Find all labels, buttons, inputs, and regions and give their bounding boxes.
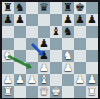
piece-white-rook-h1[interactable]: ♜ (86, 86, 98, 98)
piece-white-pawn-c2[interactable]: ♟ (26, 74, 38, 86)
square-f1[interactable] (62, 86, 74, 98)
square-f3[interactable]: ♟ (62, 62, 74, 74)
square-g6[interactable] (74, 26, 86, 38)
square-d1[interactable]: ♛ (38, 86, 50, 98)
square-c1[interactable] (26, 86, 38, 98)
square-b5[interactable] (14, 38, 26, 50)
piece-black-bishop-e6[interactable]: ♝ (50, 26, 62, 38)
piece-black-pawn-b7[interactable]: ♟ (14, 14, 26, 26)
square-c2[interactable]: ♟ (26, 74, 38, 86)
square-h6[interactable] (86, 26, 98, 38)
piece-black-queen-d8[interactable]: ♛ (38, 2, 50, 14)
square-c8[interactable] (26, 2, 38, 14)
square-g7[interactable]: ♟ (74, 14, 86, 26)
square-f2[interactable] (62, 74, 74, 86)
piece-black-pawn-a7[interactable]: ♟ (2, 14, 14, 26)
square-e4[interactable] (50, 50, 62, 62)
square-b6[interactable] (14, 26, 26, 38)
square-a4[interactable]: ♞ (2, 50, 14, 62)
square-g4[interactable] (74, 50, 86, 62)
piece-white-knight-a4[interactable]: ♞ (2, 50, 14, 62)
square-c7[interactable] (26, 14, 38, 26)
square-h4[interactable] (86, 50, 98, 62)
square-e1[interactable]: ♚ (50, 86, 62, 98)
square-c5[interactable] (26, 38, 38, 50)
square-e6[interactable]: ♝ (50, 26, 62, 38)
piece-white-pawn-g2[interactable]: ♟ (74, 74, 86, 86)
square-e3[interactable] (50, 62, 62, 74)
board-background: ♜♞♛♜♚♟♟♟♟♟♝♞♟♞♟♞♟♟♟♟♟♝♟♟♜♛♚♜ (0, 0, 100, 99)
square-h5[interactable] (86, 38, 98, 50)
piece-white-pawn-f3[interactable]: ♟ (62, 62, 74, 74)
piece-white-king-e1[interactable]: ♚ (50, 86, 62, 98)
piece-black-pawn-g7[interactable]: ♟ (74, 14, 86, 26)
square-c6[interactable] (26, 26, 38, 38)
square-g2[interactable]: ♟ (74, 74, 86, 86)
square-e8[interactable] (50, 2, 62, 14)
piece-white-pawn-b2[interactable]: ♟ (14, 74, 26, 86)
square-a1[interactable]: ♜ (2, 86, 14, 98)
square-d8[interactable]: ♛ (38, 2, 50, 14)
piece-black-knight-f6[interactable]: ♞ (62, 26, 74, 38)
square-h7[interactable]: ♟ (86, 14, 98, 26)
square-b1[interactable] (14, 86, 26, 98)
chess-board[interactable]: ♜♞♛♜♚♟♟♟♟♟♝♞♟♞♟♞♟♟♟♟♟♝♟♟♜♛♚♜ (2, 2, 98, 98)
piece-white-queen-d1[interactable]: ♛ (38, 86, 50, 98)
square-b2[interactable]: ♟ (14, 74, 26, 86)
square-a7[interactable]: ♟ (2, 14, 14, 26)
square-g1[interactable] (74, 86, 86, 98)
piece-black-pawn-h7[interactable]: ♟ (86, 14, 98, 26)
square-e5[interactable] (50, 38, 62, 50)
square-c4[interactable] (26, 50, 38, 62)
square-a6[interactable] (2, 26, 14, 38)
square-b7[interactable]: ♟ (14, 14, 26, 26)
square-b4[interactable] (14, 50, 26, 62)
piece-white-rook-a1[interactable]: ♜ (2, 86, 14, 98)
square-h1[interactable]: ♜ (86, 86, 98, 98)
square-g5[interactable] (74, 38, 86, 50)
square-d7[interactable] (38, 14, 50, 26)
square-f6[interactable]: ♞ (62, 26, 74, 38)
